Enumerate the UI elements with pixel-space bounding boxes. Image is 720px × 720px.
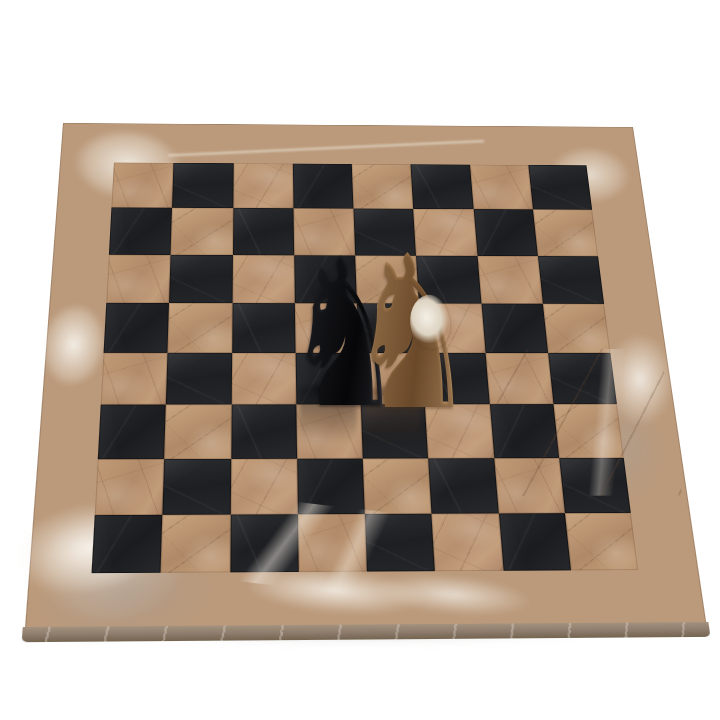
square-c2[interactable]: [230, 458, 297, 514]
square-a1[interactable]: [92, 515, 163, 574]
square-h8[interactable]: [528, 165, 592, 210]
square-a7[interactable]: [109, 208, 172, 255]
square-h2[interactable]: [559, 457, 631, 512]
square-b7[interactable]: [171, 208, 233, 255]
square-e1[interactable]: [365, 513, 435, 571]
square-f2[interactable]: [428, 458, 498, 514]
square-h4[interactable]: [548, 353, 617, 404]
square-g6[interactable]: [477, 256, 543, 304]
square-g1[interactable]: [498, 513, 570, 571]
square-b2[interactable]: [163, 458, 231, 514]
square-d2[interactable]: [297, 458, 365, 514]
square-d8[interactable]: [293, 164, 354, 209]
square-e8[interactable]: [352, 164, 414, 209]
square-b4[interactable]: [166, 353, 232, 405]
square-h5[interactable]: [543, 304, 611, 354]
square-f1[interactable]: [432, 513, 503, 571]
photo-scene: ♞♞: [0, 0, 720, 720]
square-g4[interactable]: [485, 353, 553, 404]
square-a2[interactable]: [95, 459, 165, 515]
square-e2[interactable]: [363, 458, 432, 514]
square-b8[interactable]: [172, 163, 233, 208]
square-g2[interactable]: [494, 458, 565, 514]
square-a8[interactable]: [111, 163, 173, 208]
square-a3[interactable]: [98, 405, 166, 459]
square-g7[interactable]: [473, 209, 537, 255]
square-a6[interactable]: [106, 254, 171, 302]
square-h3[interactable]: [553, 404, 623, 457]
square-b6[interactable]: [169, 255, 232, 303]
square-a5[interactable]: [104, 303, 170, 353]
square-b5[interactable]: [168, 303, 232, 353]
square-b1[interactable]: [161, 514, 230, 572]
white-knight-glyph: ♞: [347, 228, 476, 440]
square-b3[interactable]: [164, 405, 231, 459]
square-g5[interactable]: [481, 303, 548, 353]
square-d1[interactable]: [298, 514, 367, 572]
square-g8[interactable]: [470, 165, 533, 210]
square-f8[interactable]: [411, 164, 473, 209]
square-c8[interactable]: [233, 163, 293, 208]
square-h7[interactable]: [533, 210, 598, 256]
square-a4[interactable]: [101, 353, 168, 405]
square-g3[interactable]: [489, 404, 559, 457]
square-h6[interactable]: [538, 256, 604, 304]
square-h1[interactable]: [565, 513, 638, 571]
square-c1[interactable]: [230, 514, 299, 572]
